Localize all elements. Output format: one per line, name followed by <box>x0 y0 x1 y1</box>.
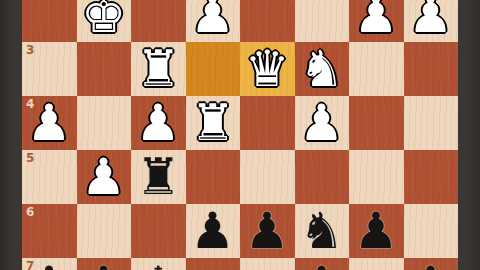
square-d2[interactable] <box>240 0 295 42</box>
square-f7[interactable]: ♚ <box>131 258 186 270</box>
white-king-g2[interactable]: ♚ <box>81 0 126 40</box>
white-rook-f3[interactable]: ♜ <box>136 44 181 94</box>
square-a7[interactable]: ♟ <box>404 258 459 270</box>
white-pawn-b2[interactable]: ♟ <box>354 0 399 40</box>
square-d6[interactable]: ♟ <box>240 204 295 258</box>
square-h5[interactable]: 5 <box>22 150 77 204</box>
square-a3[interactable] <box>404 42 459 96</box>
square-h7[interactable]: 7♟ <box>22 258 77 270</box>
square-d4[interactable] <box>240 96 295 150</box>
black-pawn-c7[interactable]: ♟ <box>299 260 344 270</box>
square-c6[interactable]: ♞ <box>295 204 350 258</box>
white-pawn-f4[interactable]: ♟ <box>136 98 181 148</box>
square-c2[interactable] <box>295 0 350 42</box>
black-pawn-d6[interactable]: ♟ <box>245 206 290 256</box>
square-c5[interactable] <box>295 150 350 204</box>
rank-label-3: 3 <box>26 44 34 56</box>
square-c4[interactable]: ♟ <box>295 96 350 150</box>
square-f3[interactable]: ♜ <box>131 42 186 96</box>
black-knight-c6[interactable]: ♞ <box>299 206 344 256</box>
white-knight-c3[interactable]: ♞ <box>299 44 344 94</box>
square-e5[interactable] <box>186 150 241 204</box>
square-g5[interactable]: ♟ <box>77 150 132 204</box>
rank-label-2: 2 <box>26 0 34 2</box>
square-h3[interactable]: 3 <box>22 42 77 96</box>
square-a4[interactable] <box>404 96 459 150</box>
black-pawn-a7[interactable]: ♟ <box>408 260 453 270</box>
square-e3[interactable] <box>186 42 241 96</box>
square-g6[interactable] <box>77 204 132 258</box>
video-frame: 2♚♟♟♟3♜♛♞4♟♟♜♟5♟♜6♟♟♞♟7♟♟♚♟♟ <box>0 0 480 270</box>
square-h2[interactable]: 2 <box>22 0 77 42</box>
square-f5[interactable]: ♜ <box>131 150 186 204</box>
square-g7[interactable]: ♟ <box>77 258 132 270</box>
square-c7[interactable]: ♟ <box>295 258 350 270</box>
square-b3[interactable] <box>349 42 404 96</box>
square-g3[interactable] <box>77 42 132 96</box>
square-f6[interactable] <box>131 204 186 258</box>
square-d3[interactable]: ♛ <box>240 42 295 96</box>
square-h4[interactable]: 4♟ <box>22 96 77 150</box>
square-a2[interactable]: ♟ <box>404 0 459 42</box>
square-b6[interactable]: ♟ <box>349 204 404 258</box>
square-f4[interactable]: ♟ <box>131 96 186 150</box>
square-e4[interactable]: ♜ <box>186 96 241 150</box>
black-king-f7[interactable]: ♚ <box>136 260 181 270</box>
square-c3[interactable]: ♞ <box>295 42 350 96</box>
square-a6[interactable] <box>404 204 459 258</box>
black-pawn-e6[interactable]: ♟ <box>190 206 235 256</box>
square-e2[interactable]: ♟ <box>186 0 241 42</box>
square-f2[interactable] <box>131 0 186 42</box>
white-pawn-a2[interactable]: ♟ <box>408 0 453 40</box>
square-b2[interactable]: ♟ <box>349 0 404 42</box>
chess-board: 2♚♟♟♟3♜♛♞4♟♟♜♟5♟♜6♟♟♞♟7♟♟♚♟♟ <box>22 0 458 270</box>
square-a5[interactable] <box>404 150 459 204</box>
black-rook-f5[interactable]: ♜ <box>136 152 181 202</box>
letterbox-left <box>0 0 22 270</box>
square-d5[interactable] <box>240 150 295 204</box>
letterbox-right <box>458 0 480 270</box>
square-g2[interactable]: ♚ <box>77 0 132 42</box>
white-pawn-e2[interactable]: ♟ <box>190 0 235 40</box>
black-pawn-g7[interactable]: ♟ <box>81 260 126 270</box>
black-pawn-b6[interactable]: ♟ <box>354 206 399 256</box>
square-g4[interactable] <box>77 96 132 150</box>
rank-label-5: 5 <box>26 152 34 164</box>
rank-label-4: 4 <box>26 98 34 110</box>
square-b5[interactable] <box>349 150 404 204</box>
square-b4[interactable] <box>349 96 404 150</box>
white-pawn-g5[interactable]: ♟ <box>81 152 126 202</box>
white-pawn-c4[interactable]: ♟ <box>299 98 344 148</box>
rank-label-7: 7 <box>26 260 34 270</box>
square-e6[interactable]: ♟ <box>186 204 241 258</box>
square-h6[interactable]: 6 <box>22 204 77 258</box>
rank-label-6: 6 <box>26 206 34 218</box>
white-rook-e4[interactable]: ♜ <box>190 98 235 148</box>
white-queen-d3[interactable]: ♛ <box>245 44 290 94</box>
